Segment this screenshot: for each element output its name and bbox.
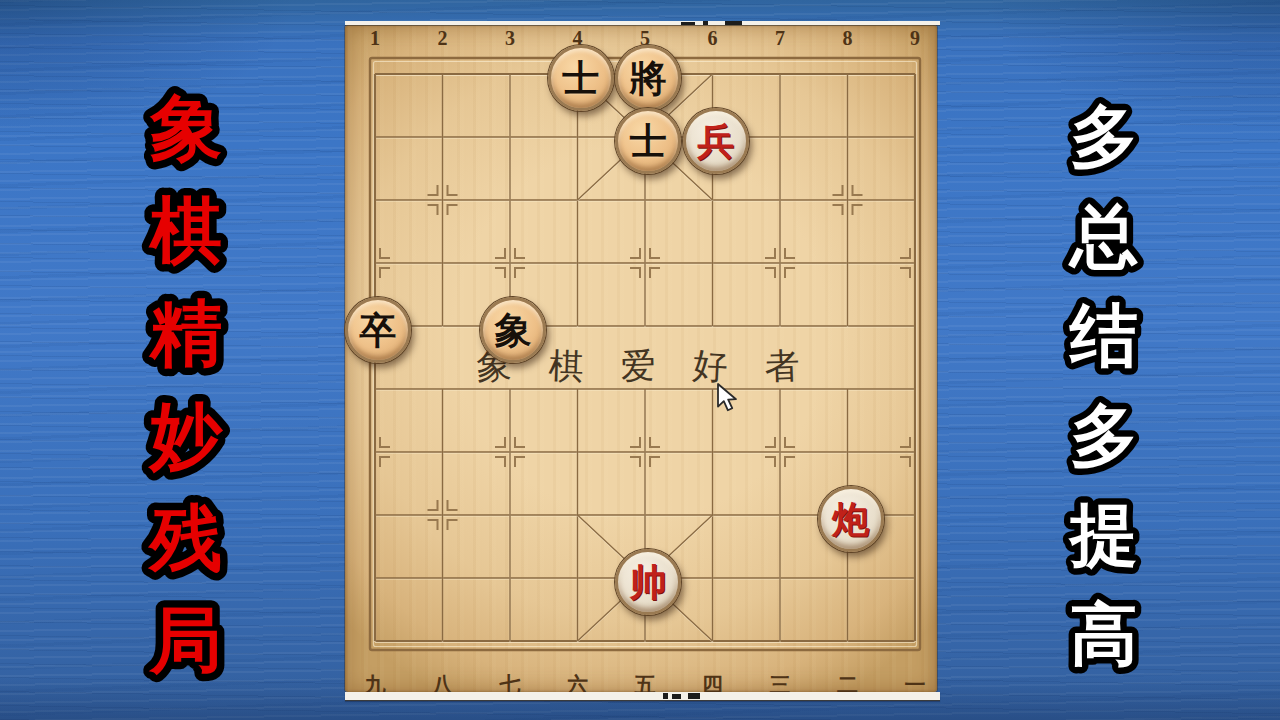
river-char: 者: [759, 344, 805, 390]
video-frame: 象棋精妙残局 多总结多提高 123456789 九八七六五四三二一 象棋爱好者 …: [0, 0, 1280, 720]
left-banner-text: 象棋精妙残局: [120, 60, 252, 690]
river-char: 爱: [615, 344, 661, 390]
clipped-text-fragment: [681, 22, 695, 25]
banner-char: 多: [1070, 397, 1138, 473]
clipped-text-fragment: [703, 21, 708, 25]
mouse-cursor: [716, 383, 742, 413]
banner-char: 妙: [147, 395, 224, 475]
piece-glyph: 士: [630, 123, 667, 160]
banner-char: 象: [149, 88, 222, 168]
piece-red-soldier[interactable]: 兵: [683, 108, 749, 174]
piece-glyph: 卒: [360, 312, 397, 349]
piece-black-elephant[interactable]: 象: [480, 297, 546, 363]
piece-black-advisor-1[interactable]: 士: [548, 45, 614, 111]
clipped-text-fragment: [663, 693, 668, 699]
piece-glyph: 士: [562, 60, 599, 97]
piece-red-cannon[interactable]: 炮: [818, 486, 884, 552]
clipped-text-fragment: [688, 693, 700, 699]
banner-char: 结: [1068, 297, 1138, 373]
piece-glyph: 將: [630, 60, 667, 97]
banner-char: 局: [148, 600, 222, 680]
piece-red-general[interactable]: 帅: [615, 549, 681, 615]
piece-glyph: 帅: [630, 564, 667, 601]
right-banner-text: 多总结多提高: [1038, 62, 1170, 682]
top-edge-strip: [345, 21, 940, 25]
banner-char: 棋: [148, 190, 222, 270]
piece-black-pawn[interactable]: 卒: [345, 297, 411, 363]
xiangqi-board: 123456789 九八七六五四三二一 象棋爱好者 士將士兵卒象炮帅: [345, 25, 937, 692]
banner-char: 提: [1068, 496, 1138, 572]
clipped-text-fragment: [672, 694, 681, 699]
clipped-text-fragment: [725, 21, 742, 25]
piece-glyph: 象: [495, 312, 532, 349]
piece-glyph: 兵: [697, 123, 734, 160]
piece-black-advisor-2[interactable]: 士: [615, 108, 681, 174]
banner-char: 残: [147, 498, 222, 578]
bottom-edge-strip: [345, 692, 940, 700]
banner-char: 总: [1068, 198, 1138, 274]
banner-char: 多: [1070, 98, 1138, 174]
banner-char: 精: [148, 293, 222, 373]
piece-black-general[interactable]: 將: [615, 45, 681, 111]
piece-glyph: 炮: [832, 501, 869, 538]
banner-char: 高: [1070, 596, 1138, 672]
river-char: 棋: [543, 344, 589, 390]
